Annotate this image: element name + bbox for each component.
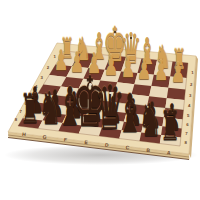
white-pawn[interactable]: ♟ bbox=[171, 59, 185, 88]
black-rook[interactable]: ♜ bbox=[160, 105, 180, 146]
white-pawn[interactable]: ♟ bbox=[137, 55, 151, 84]
white-pawn[interactable]: ♟ bbox=[154, 57, 168, 86]
black-rook[interactable]: ♜ bbox=[20, 88, 40, 129]
white-pawn[interactable]: ♟ bbox=[54, 46, 68, 75]
chess-set-photo: HGFEDCBA1122334455667788 ♜♞♝♛♚♝♞♜♟♟♟♟♟♟♟… bbox=[0, 0, 200, 200]
black-knight[interactable]: ♞ bbox=[139, 97, 162, 143]
